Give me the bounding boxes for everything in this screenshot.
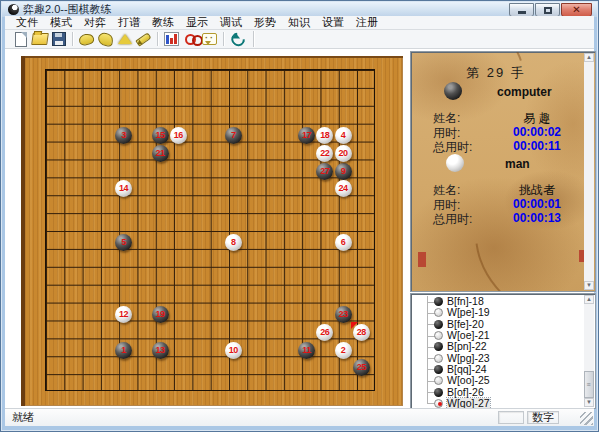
white-total-time-value: 00:00:13 — [491, 211, 583, 228]
comment-button[interactable] — [200, 31, 219, 47]
move-list-item[interactable]: W[oo]-25 — [411, 375, 583, 386]
scroll-down-icon[interactable]: ▼ — [584, 398, 594, 407]
stone-black-5: 5 — [115, 234, 132, 251]
chart-icon — [164, 32, 179, 46]
toolbar-separator — [72, 32, 73, 46]
maximize-button[interactable] — [535, 3, 560, 17]
minimize-button[interactable] — [509, 3, 534, 17]
stone-black-13: 13 — [152, 342, 169, 359]
pen-tool-icon — [135, 32, 151, 46]
status-bar: 就绪 数字 — [5, 408, 594, 426]
black-stone-icon — [434, 365, 443, 374]
scroll-up-icon[interactable]: ▲ — [584, 295, 594, 304]
status-pane-num: 数字 — [527, 411, 559, 424]
stone-white-14: 14 — [115, 180, 132, 197]
menu-item-对弈[interactable]: 对弈 — [79, 15, 111, 30]
app-icon — [8, 4, 19, 15]
game-info-panel: 第 29 手 computer 姓名: 易 趣 用时: 00:00:02 总用时… — [410, 51, 596, 292]
new-file-button[interactable] — [11, 31, 30, 47]
menu-item-注册[interactable]: 注册 — [351, 15, 383, 30]
painting-seal — [418, 252, 426, 267]
menu-item-教练[interactable]: 教练 — [147, 15, 179, 30]
scrollbar-thumb[interactable] — [584, 371, 594, 398]
menu-item-打谱[interactable]: 打谱 — [113, 15, 145, 30]
stone-black-1: 1 — [115, 342, 132, 359]
stone-black-9: 9 — [335, 163, 352, 180]
stone-white-10: 10 — [225, 342, 242, 359]
white-stone-icon — [434, 308, 443, 317]
close-icon: ✕ — [572, 5, 580, 15]
menu-bar: 文件模式对弈打谱教练显示调试形势知识设置注册 — [5, 16, 594, 30]
move-label: B[pn]-22 — [447, 341, 487, 352]
move-list-item[interactable]: B[of]-26 — [411, 386, 583, 397]
move-label: W[pe]-19 — [447, 307, 490, 318]
open-file-button[interactable] — [30, 31, 49, 47]
move-number-title: 第 29 手 — [411, 64, 581, 82]
resize-grip[interactable] — [580, 412, 593, 425]
white-stone-icon — [434, 399, 443, 408]
black-stone-icon — [434, 388, 443, 397]
white-stone-icon — [434, 376, 443, 385]
menu-item-形势[interactable]: 形势 — [249, 15, 281, 30]
stone-black-25: 25 — [353, 359, 370, 376]
medal-icon — [185, 34, 196, 45]
chart-button[interactable] — [162, 31, 181, 47]
new-file-icon — [15, 32, 27, 47]
move-list-item[interactable]: W[oe]-21 — [411, 330, 583, 341]
info-scrollbar[interactable]: ▲ ▼ — [584, 53, 594, 290]
move-list-item[interactable]: B[pn]-22 — [411, 341, 583, 352]
move-label: B[of]-26 — [447, 387, 484, 398]
status-pane-empty — [498, 411, 524, 424]
go-board-grid[interactable]: 1234567891011121314151617181920212223242… — [45, 69, 375, 391]
white-player-stone-icon — [446, 154, 464, 172]
menu-item-显示[interactable]: 显示 — [181, 15, 213, 30]
hand-tool-1-button[interactable] — [77, 31, 96, 47]
menu-item-模式[interactable]: 模式 — [45, 15, 77, 30]
menu-item-调试[interactable]: 调试 — [215, 15, 247, 30]
move-list-item[interactable]: B[fn]-18 — [411, 296, 583, 307]
menu-item-设置[interactable]: 设置 — [317, 15, 349, 30]
stone-white-28: 28 — [353, 324, 370, 341]
move-label: W[pg]-23 — [447, 353, 490, 364]
white-stone-icon — [434, 354, 443, 363]
stone-black-27: 27 — [316, 163, 333, 180]
comment-icon — [202, 33, 217, 45]
last-move-marker — [351, 322, 358, 329]
save-file-icon — [52, 32, 66, 46]
save-file-button[interactable] — [49, 31, 68, 47]
stone-black-23: 23 — [335, 306, 352, 323]
toolbar-separator — [223, 32, 224, 46]
move-list-rows: B[fn]-18W[pe]-19B[fe]-20W[oe]-21B[pn]-22… — [411, 296, 583, 409]
toolbar-separator — [157, 32, 158, 46]
scroll-up-icon[interactable]: ▲ — [584, 53, 594, 62]
medal-button[interactable] — [181, 31, 200, 47]
toolbar-separator — [253, 31, 254, 47]
minimize-icon — [518, 11, 526, 14]
move-list-scrollbar[interactable]: ▲ ▼ — [584, 295, 594, 407]
move-list: B[fn]-18W[pe]-19B[fe]-20W[oe]-21B[pn]-22… — [410, 293, 596, 409]
undo-icon — [228, 30, 247, 49]
black-player-stone-icon — [444, 82, 462, 100]
app-window: 弈趣2.0--围棋教练 ✕ 文件模式对弈打谱教练显示调试形势知识设置注册 123… — [0, 0, 599, 432]
stone-black-21: 21 — [152, 145, 169, 162]
go-board[interactable]: 1234567891011121314151617181920212223242… — [21, 56, 403, 406]
black-total-time-value: 00:00:11 — [491, 139, 583, 156]
hand-tool-1-icon — [78, 32, 95, 46]
maximize-icon — [544, 7, 552, 14]
undo-button[interactable] — [228, 31, 247, 47]
move-list-item[interactable]: B[fe]-20 — [411, 319, 583, 330]
toolbar — [5, 30, 594, 49]
black-stone-icon — [434, 342, 443, 351]
move-list-item[interactable]: W[pe]-19 — [411, 307, 583, 318]
white-player-type: man — [505, 157, 530, 171]
move-label: W[oo]-25 — [447, 375, 490, 386]
stone-black-19: 19 — [152, 306, 169, 323]
black-total-time-label: 总用时: — [433, 139, 491, 156]
triangle-tool-button[interactable] — [115, 31, 134, 47]
stone-white-22: 22 — [316, 145, 333, 162]
stone-white-8: 8 — [225, 234, 242, 251]
stone-black-3: 3 — [115, 127, 132, 144]
white-stone-icon — [434, 331, 443, 340]
stone-white-18: 18 — [316, 127, 333, 144]
stone-black-17: 17 — [298, 127, 315, 144]
stone-white-2: 2 — [335, 342, 352, 359]
hand-tool-2-icon — [97, 32, 114, 47]
scroll-down-icon[interactable]: ▼ — [584, 281, 594, 290]
triangle-tool-icon — [118, 34, 132, 44]
menu-item-知识[interactable]: 知识 — [283, 15, 315, 30]
black-stone-icon — [434, 320, 443, 329]
move-list-item[interactable]: W[pg]-23 — [411, 352, 583, 363]
stone-white-12: 12 — [115, 306, 132, 323]
pen-tool-button[interactable] — [134, 31, 153, 47]
open-file-icon — [31, 33, 49, 45]
stone-white-4: 4 — [335, 127, 352, 144]
move-list-item[interactable]: B[qq]-24 — [411, 364, 583, 375]
status-text: 就绪 — [5, 410, 498, 425]
stone-black-15: 15 — [152, 127, 169, 144]
black-player-type: computer — [497, 85, 552, 99]
stone-black-7: 7 — [225, 127, 242, 144]
close-button[interactable]: ✕ — [561, 3, 592, 17]
stone-white-6: 6 — [335, 234, 352, 251]
stone-black-11: 11 — [298, 342, 315, 359]
stone-white-24: 24 — [335, 180, 352, 197]
stone-white-16: 16 — [170, 127, 187, 144]
menu-item-文件[interactable]: 文件 — [11, 15, 43, 30]
stone-white-20: 20 — [335, 145, 352, 162]
client-area: 1234567891011121314151617181920212223242… — [5, 49, 594, 409]
hand-tool-2-button[interactable] — [96, 31, 115, 47]
black-stone-icon — [434, 297, 443, 306]
stone-white-26: 26 — [316, 324, 333, 341]
white-total-time-label: 总用时: — [433, 211, 491, 228]
